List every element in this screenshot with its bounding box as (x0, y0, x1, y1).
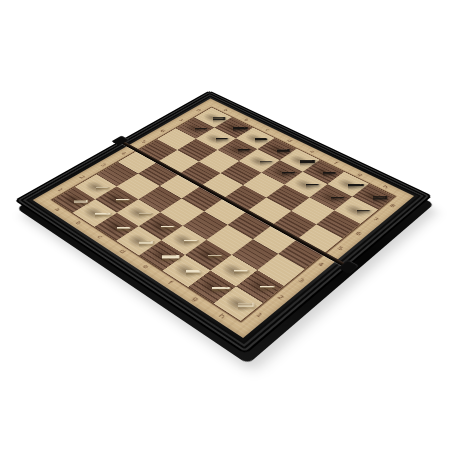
square-h7[interactable]: ♟ (335, 197, 378, 224)
board-scene: abcdefgh abcdefgh 87654321 87654321 ♜♞♝♛… (0, 0, 450, 450)
photo-canvas: abcdefgh abcdefgh 87654321 87654321 ♜♞♝♛… (0, 0, 450, 450)
chess-board: abcdefgh abcdefgh 87654321 87654321 ♜♞♝♛… (14, 91, 432, 355)
board-wood-margin: abcdefgh abcdefgh 87654321 87654321 ♜♞♝♛… (33, 99, 414, 338)
board-frame: abcdefgh abcdefgh 87654321 87654321 ♜♞♝♛… (14, 91, 432, 355)
